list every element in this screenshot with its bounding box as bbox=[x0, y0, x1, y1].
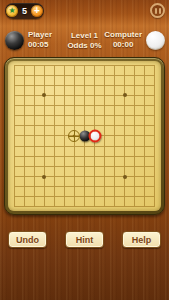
board-cell[interactable] bbox=[145, 157, 155, 167]
board-cell[interactable] bbox=[95, 157, 105, 167]
board-cell[interactable] bbox=[65, 96, 75, 106]
board-cell[interactable] bbox=[95, 187, 105, 197]
board-cell[interactable] bbox=[125, 147, 135, 157]
board-cell[interactable] bbox=[85, 116, 95, 126]
board-cell[interactable] bbox=[135, 157, 145, 167]
board-cell[interactable] bbox=[95, 167, 105, 177]
board-cell[interactable] bbox=[25, 66, 35, 76]
board-cell[interactable] bbox=[115, 167, 125, 177]
board-cell[interactable] bbox=[145, 76, 155, 86]
board-cell[interactable] bbox=[125, 167, 135, 177]
game-screen: ★ 5 + Player 00:05 Level 1 Odds 0% Compu… bbox=[0, 0, 169, 300]
board-cell[interactable] bbox=[45, 187, 55, 197]
board-cell[interactable] bbox=[105, 116, 115, 126]
board-cell[interactable] bbox=[35, 147, 45, 157]
board-cell[interactable] bbox=[95, 197, 105, 207]
action-bar: Undo Hint Help bbox=[0, 231, 169, 248]
board-cell[interactable] bbox=[145, 116, 155, 126]
board-cell[interactable] bbox=[75, 157, 85, 167]
board-cell[interactable] bbox=[45, 126, 55, 136]
board-cell[interactable] bbox=[35, 167, 45, 177]
board-cell[interactable] bbox=[85, 76, 95, 86]
board-cell[interactable] bbox=[85, 187, 95, 197]
board-cell[interactable] bbox=[135, 76, 145, 86]
board-cell[interactable] bbox=[115, 197, 125, 207]
board-cell[interactable] bbox=[75, 167, 85, 177]
board-cell[interactable] bbox=[135, 167, 145, 177]
board-cell[interactable] bbox=[55, 157, 65, 167]
board-cell[interactable] bbox=[145, 126, 155, 136]
board-cell[interactable] bbox=[105, 126, 115, 136]
board-cell[interactable] bbox=[85, 86, 95, 96]
board-cell[interactable] bbox=[125, 66, 135, 76]
board-cell[interactable] bbox=[55, 96, 65, 106]
board-cell[interactable] bbox=[55, 86, 65, 96]
board-cell[interactable] bbox=[145, 197, 155, 207]
board-cell[interactable] bbox=[25, 116, 35, 126]
board-cell[interactable] bbox=[105, 147, 115, 157]
board-cell[interactable] bbox=[65, 66, 75, 76]
board-cell[interactable] bbox=[115, 96, 125, 106]
board-cell[interactable] bbox=[125, 76, 135, 86]
board-cell[interactable] bbox=[125, 96, 135, 106]
board-cell[interactable] bbox=[15, 197, 25, 207]
board-cell[interactable] bbox=[55, 126, 65, 136]
board-cell[interactable] bbox=[35, 197, 45, 207]
board-cell[interactable] bbox=[125, 106, 135, 116]
board-cell[interactable] bbox=[125, 86, 135, 96]
add-coins-button[interactable]: + bbox=[31, 5, 43, 17]
pause-icon bbox=[155, 8, 157, 14]
board-cell[interactable] bbox=[105, 106, 115, 116]
board-cell[interactable] bbox=[15, 116, 25, 126]
board-cell[interactable] bbox=[135, 66, 145, 76]
board-cell[interactable] bbox=[45, 106, 55, 116]
board-cell[interactable] bbox=[55, 116, 65, 126]
board-cell[interactable] bbox=[65, 126, 75, 136]
board-cell[interactable] bbox=[35, 106, 45, 116]
board-cell[interactable] bbox=[45, 147, 55, 157]
board-cell[interactable] bbox=[135, 187, 145, 197]
board-cell[interactable] bbox=[95, 147, 105, 157]
board-cell[interactable] bbox=[55, 177, 65, 187]
computer-time: 00:00 bbox=[104, 40, 142, 50]
board-cell[interactable] bbox=[25, 177, 35, 187]
star-coin-icon: ★ bbox=[6, 5, 18, 17]
board-cell[interactable] bbox=[145, 147, 155, 157]
help-button[interactable]: Help bbox=[122, 231, 161, 248]
board-cell[interactable] bbox=[35, 116, 45, 126]
board-cell[interactable] bbox=[85, 126, 95, 136]
computer-panel: Computer 00:00 bbox=[104, 30, 165, 50]
board-cell[interactable] bbox=[95, 136, 105, 146]
board-cell[interactable] bbox=[135, 197, 145, 207]
board-cell[interactable] bbox=[15, 66, 25, 76]
computer-white-stone-icon bbox=[146, 31, 165, 50]
board-cell[interactable] bbox=[65, 167, 75, 177]
board-cell[interactable] bbox=[85, 96, 95, 106]
pause-icon bbox=[159, 8, 161, 14]
board-cell[interactable] bbox=[25, 167, 35, 177]
board-cell[interactable] bbox=[65, 86, 75, 96]
board-cell[interactable] bbox=[125, 116, 135, 126]
board-cell[interactable] bbox=[95, 177, 105, 187]
board-cell[interactable] bbox=[25, 187, 35, 197]
board-cell[interactable] bbox=[45, 96, 55, 106]
board-cell[interactable] bbox=[45, 167, 55, 177]
board-cell[interactable] bbox=[85, 177, 95, 187]
board-cell[interactable] bbox=[135, 96, 145, 106]
board-cell[interactable] bbox=[105, 76, 115, 86]
board-cell[interactable] bbox=[115, 157, 125, 167]
board-cell[interactable] bbox=[95, 66, 105, 76]
board-cell[interactable] bbox=[15, 136, 25, 146]
board-cell[interactable] bbox=[125, 157, 135, 167]
board-cell[interactable] bbox=[45, 66, 55, 76]
board-cell[interactable] bbox=[135, 126, 145, 136]
board-cell[interactable] bbox=[125, 126, 135, 136]
board-cell[interactable] bbox=[25, 147, 35, 157]
board-cell[interactable] bbox=[15, 157, 25, 167]
board-cell[interactable] bbox=[45, 136, 55, 146]
board-cell[interactable] bbox=[135, 177, 145, 187]
board-cell[interactable] bbox=[65, 177, 75, 187]
board-cell[interactable] bbox=[65, 147, 75, 157]
board-cell[interactable] bbox=[85, 167, 95, 177]
board-cell[interactable] bbox=[25, 76, 35, 86]
board-lattice bbox=[14, 65, 155, 207]
board-cell[interactable] bbox=[75, 86, 85, 96]
board-cell[interactable] bbox=[35, 76, 45, 86]
board-cell[interactable] bbox=[25, 106, 35, 116]
board-cell[interactable] bbox=[55, 76, 65, 86]
board-cell[interactable] bbox=[15, 96, 25, 106]
board-cell[interactable] bbox=[65, 76, 75, 86]
pause-button[interactable] bbox=[150, 3, 165, 18]
board-cell[interactable] bbox=[25, 126, 35, 136]
coin-balance-pill: ★ 5 + bbox=[5, 3, 44, 19]
board-cell[interactable] bbox=[85, 66, 95, 76]
board-cell[interactable] bbox=[105, 167, 115, 177]
game-board bbox=[4, 57, 165, 215]
board-cell[interactable] bbox=[115, 66, 125, 76]
board-cell[interactable] bbox=[55, 187, 65, 197]
board-cell[interactable] bbox=[145, 86, 155, 96]
board-cell[interactable] bbox=[145, 136, 155, 146]
board-cell[interactable] bbox=[135, 116, 145, 126]
board-cell[interactable] bbox=[45, 76, 55, 86]
board-cell[interactable] bbox=[75, 66, 85, 76]
board-cell[interactable] bbox=[105, 86, 115, 96]
board-cell[interactable] bbox=[115, 177, 125, 187]
board-cell[interactable] bbox=[105, 136, 115, 146]
board-cell[interactable] bbox=[115, 187, 125, 197]
board-cell[interactable] bbox=[75, 177, 85, 187]
board-cell[interactable] bbox=[145, 187, 155, 197]
board-cell[interactable] bbox=[135, 106, 145, 116]
board-cell[interactable] bbox=[15, 86, 25, 96]
board-cell[interactable] bbox=[45, 86, 55, 96]
board-cell[interactable] bbox=[95, 116, 105, 126]
board-cell[interactable] bbox=[95, 106, 105, 116]
board-cell[interactable] bbox=[35, 86, 45, 96]
board-cell[interactable] bbox=[35, 157, 45, 167]
board-cell[interactable] bbox=[55, 147, 65, 157]
board-cell[interactable] bbox=[35, 177, 45, 187]
board-cell[interactable] bbox=[75, 96, 85, 106]
board-cell[interactable] bbox=[45, 197, 55, 207]
board-cell[interactable] bbox=[45, 157, 55, 167]
board-cell[interactable] bbox=[115, 86, 125, 96]
board-cell[interactable] bbox=[25, 96, 35, 106]
board-cell[interactable] bbox=[125, 187, 135, 197]
board-cell[interactable] bbox=[65, 116, 75, 126]
board-cell[interactable] bbox=[135, 136, 145, 146]
board-cell[interactable] bbox=[65, 197, 75, 207]
board-cell[interactable] bbox=[85, 157, 95, 167]
board-cell[interactable] bbox=[25, 86, 35, 96]
undo-button[interactable]: Undo bbox=[8, 231, 47, 248]
board-cell[interactable] bbox=[55, 106, 65, 116]
board-cell[interactable] bbox=[25, 197, 35, 207]
board-cell[interactable] bbox=[125, 177, 135, 187]
board-cell[interactable] bbox=[25, 157, 35, 167]
board-cell[interactable] bbox=[95, 76, 105, 86]
hint-button[interactable]: Hint bbox=[65, 231, 104, 248]
board-cell[interactable] bbox=[55, 197, 65, 207]
board-cell[interactable] bbox=[15, 106, 25, 116]
board-cell[interactable] bbox=[145, 177, 155, 187]
board-cell[interactable] bbox=[115, 76, 125, 86]
board-cell[interactable] bbox=[45, 116, 55, 126]
board-cell[interactable] bbox=[35, 96, 45, 106]
board-cell[interactable] bbox=[145, 96, 155, 106]
board-cell[interactable] bbox=[115, 126, 125, 136]
board-cell[interactable] bbox=[125, 136, 135, 146]
board-cell[interactable] bbox=[135, 86, 145, 96]
board-cell[interactable] bbox=[15, 177, 25, 187]
board-cell[interactable] bbox=[75, 126, 85, 136]
board-cell[interactable] bbox=[105, 177, 115, 187]
board-cell[interactable] bbox=[95, 86, 105, 96]
scoreboard: Player 00:05 Level 1 Odds 0% Computer 00… bbox=[0, 29, 169, 51]
board-cell[interactable] bbox=[65, 157, 75, 167]
board-cell[interactable] bbox=[105, 197, 115, 207]
board-surface[interactable] bbox=[8, 61, 161, 211]
board-cell[interactable] bbox=[65, 187, 75, 197]
board-cell[interactable] bbox=[75, 187, 85, 197]
board-cell[interactable] bbox=[35, 66, 45, 76]
board-cell[interactable] bbox=[85, 136, 95, 146]
board-cell[interactable] bbox=[75, 76, 85, 86]
board-cell[interactable] bbox=[75, 136, 85, 146]
board-cell[interactable] bbox=[15, 187, 25, 197]
board-cell[interactable] bbox=[75, 116, 85, 126]
board-cell[interactable] bbox=[15, 167, 25, 177]
board-cell[interactable] bbox=[75, 197, 85, 207]
board-cell[interactable] bbox=[105, 66, 115, 76]
board-cell[interactable] bbox=[25, 136, 35, 146]
board-cell[interactable] bbox=[55, 167, 65, 177]
board-cell[interactable] bbox=[115, 147, 125, 157]
board-cell[interactable] bbox=[75, 147, 85, 157]
board-cell[interactable] bbox=[35, 136, 45, 146]
board-cell[interactable] bbox=[65, 106, 75, 116]
board-cell[interactable] bbox=[15, 76, 25, 86]
board-cell[interactable] bbox=[85, 147, 95, 157]
board-cell[interactable] bbox=[15, 147, 25, 157]
board-cell[interactable] bbox=[145, 106, 155, 116]
board-cell[interactable] bbox=[85, 197, 95, 207]
board-cell[interactable] bbox=[125, 197, 135, 207]
board-cell[interactable] bbox=[75, 106, 85, 116]
board-cell[interactable] bbox=[85, 106, 95, 116]
board-cell[interactable] bbox=[15, 126, 25, 136]
coin-count: 5 bbox=[19, 6, 30, 16]
board-cell[interactable] bbox=[115, 116, 125, 126]
board-cell[interactable] bbox=[35, 187, 45, 197]
board-cell[interactable] bbox=[105, 157, 115, 167]
board-cell[interactable] bbox=[55, 136, 65, 146]
board-cell[interactable] bbox=[145, 167, 155, 177]
board-cell[interactable] bbox=[35, 126, 45, 136]
board-cell[interactable] bbox=[95, 126, 105, 136]
board-cell[interactable] bbox=[115, 106, 125, 116]
board-cell[interactable] bbox=[95, 96, 105, 106]
board-cell[interactable] bbox=[135, 147, 145, 157]
board-cell[interactable] bbox=[55, 66, 65, 76]
board-cell[interactable] bbox=[115, 136, 125, 146]
board-cell[interactable] bbox=[105, 96, 115, 106]
board-cell[interactable] bbox=[105, 187, 115, 197]
board-cell[interactable] bbox=[145, 66, 155, 76]
computer-label: Computer bbox=[104, 30, 142, 40]
board-cell[interactable] bbox=[65, 136, 75, 146]
board-cell[interactable] bbox=[45, 177, 55, 187]
